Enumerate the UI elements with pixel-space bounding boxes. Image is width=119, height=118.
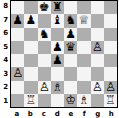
piece-black-knight[interactable]: ♞ [64,14,77,27]
square-g8[interactable] [91,1,104,14]
piece-white-pawn[interactable]: ♙ [104,81,117,94]
square-b2[interactable] [24,81,37,94]
rank-label-2: 2 [0,81,10,95]
piece-white-rook[interactable]: ♖ [104,94,117,107]
chess-diagram: 87654321 ♚♜♟♟♝♞♕♞♟♟♛♙♟♙♙♗♙♙♖♔♗♖ abcdefgh [0,0,118,118]
square-c3[interactable] [38,67,51,80]
square-c6[interactable]: ♞ [38,28,51,41]
square-b7[interactable]: ♟ [24,14,37,27]
square-f5[interactable] [77,41,90,54]
file-label-h: h [105,108,119,118]
file-label-f: f [78,108,92,118]
square-b8[interactable] [24,1,37,14]
square-g6[interactable] [91,28,104,41]
square-a8[interactable] [11,1,24,14]
square-d8[interactable]: ♜ [51,1,64,14]
square-h1[interactable]: ♖ [104,94,117,107]
square-h8[interactable] [104,1,117,14]
square-e7[interactable]: ♞ [64,14,77,27]
piece-black-queen[interactable]: ♛ [64,41,77,54]
square-f2[interactable] [77,81,90,94]
square-g3[interactable] [91,67,104,80]
square-b3[interactable] [24,67,37,80]
piece-black-pawn[interactable]: ♟ [51,54,64,67]
piece-black-rook[interactable]: ♜ [51,1,64,14]
square-g2[interactable]: ♙ [91,81,104,94]
square-a7[interactable]: ♟ [11,14,24,27]
piece-black-knight[interactable]: ♞ [38,28,51,41]
square-b6[interactable] [24,28,37,41]
square-h2[interactable]: ♙ [104,81,117,94]
square-d7[interactable]: ♝ [51,14,64,27]
square-f7[interactable]: ♕ [77,14,90,27]
square-d5[interactable]: ♟ [51,41,64,54]
square-d4[interactable]: ♟ [51,54,64,67]
square-c2[interactable]: ♙ [38,81,51,94]
square-c4[interactable] [38,54,51,67]
square-e2[interactable] [64,81,77,94]
file-label-a: a [10,108,24,118]
rank-label-1: 1 [0,95,10,109]
square-f1[interactable]: ♗ [77,94,90,107]
square-b1[interactable]: ♖ [24,94,37,107]
piece-black-bishop[interactable]: ♝ [51,14,64,27]
piece-white-king[interactable]: ♔ [64,94,77,107]
square-d2[interactable]: ♗ [51,81,64,94]
rank-label-6: 6 [0,27,10,41]
square-e3[interactable] [64,67,77,80]
square-e1[interactable]: ♔ [64,94,77,107]
square-g7[interactable] [91,14,104,27]
piece-white-bishop[interactable]: ♗ [51,81,64,94]
square-h7[interactable] [104,14,117,27]
square-f4[interactable] [77,54,90,67]
file-label-d: d [51,108,65,118]
square-h3[interactable] [104,67,117,80]
rank-label-3: 3 [0,68,10,82]
piece-white-queen[interactable]: ♕ [77,14,90,27]
square-d3[interactable] [51,67,64,80]
square-f8[interactable] [77,1,90,14]
piece-white-pawn[interactable]: ♙ [91,41,104,54]
corner-spacer [0,108,10,118]
square-c8[interactable]: ♚ [38,1,51,14]
file-labels: abcdefgh [10,108,118,118]
square-f3[interactable] [77,67,90,80]
file-label-e: e [64,108,78,118]
square-b5[interactable] [24,41,37,54]
piece-white-bishop[interactable]: ♗ [77,94,90,107]
square-c5[interactable] [38,41,51,54]
square-g4[interactable] [91,54,104,67]
piece-black-pawn[interactable]: ♟ [11,14,24,27]
piece-white-pawn[interactable]: ♙ [38,81,51,94]
piece-white-pawn[interactable]: ♙ [91,81,104,94]
square-d6[interactable] [51,28,64,41]
piece-black-pawn[interactable]: ♟ [24,14,37,27]
square-a5[interactable] [11,41,24,54]
rank-label-5: 5 [0,41,10,55]
square-h5[interactable] [104,41,117,54]
rank-label-8: 8 [0,0,10,14]
piece-black-pawn[interactable]: ♟ [51,41,64,54]
square-g1[interactable] [91,94,104,107]
piece-black-pawn[interactable]: ♟ [64,28,77,41]
square-h4[interactable] [104,54,117,67]
file-label-b: b [24,108,38,118]
square-a2[interactable] [11,81,24,94]
square-e6[interactable]: ♟ [64,28,77,41]
square-h6[interactable] [104,28,117,41]
rank-label-7: 7 [0,14,10,28]
square-d1[interactable] [51,94,64,107]
square-a6[interactable] [11,28,24,41]
square-g5[interactable]: ♙ [91,41,104,54]
square-c7[interactable] [38,14,51,27]
file-label-c: c [37,108,51,118]
square-e4[interactable] [64,54,77,67]
rank-labels: 87654321 [0,0,10,108]
rank-label-4: 4 [0,54,10,68]
piece-black-king[interactable]: ♚ [38,1,51,14]
square-e5[interactable]: ♛ [64,41,77,54]
square-c1[interactable] [38,94,51,107]
square-a3[interactable]: ♙ [11,67,24,80]
square-b4[interactable] [24,54,37,67]
square-a1[interactable] [11,94,24,107]
chess-board: ♚♜♟♟♝♞♕♞♟♟♛♙♟♙♙♗♙♙♖♔♗♖ [10,0,118,108]
square-a4[interactable] [11,54,24,67]
piece-white-pawn[interactable]: ♙ [11,67,24,80]
square-e8[interactable] [64,1,77,14]
piece-white-rook[interactable]: ♖ [24,94,37,107]
square-f6[interactable] [77,28,90,41]
file-label-g: g [91,108,105,118]
